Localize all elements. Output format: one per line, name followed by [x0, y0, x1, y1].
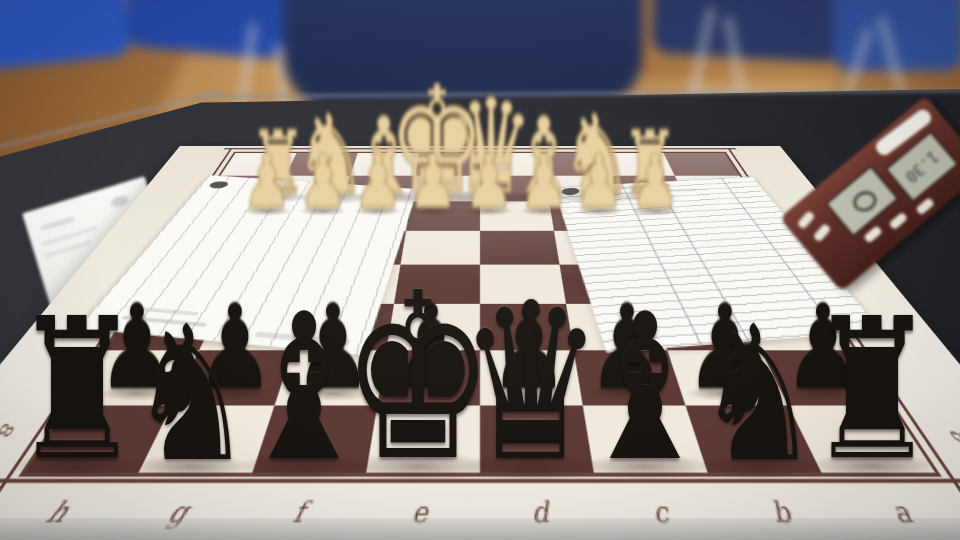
square-d7	[480, 350, 583, 405]
square-d5	[480, 265, 566, 304]
rank-label-left: 8	[0, 421, 23, 435]
square-e3	[406, 201, 480, 230]
paper-logo	[110, 194, 130, 209]
foreground-shadow	[0, 518, 960, 540]
paper-text-smudge	[41, 217, 75, 231]
square-e6	[386, 304, 480, 350]
square-e1	[415, 153, 480, 176]
scoresheet-print	[137, 307, 200, 316]
pinstripe	[0, 479, 960, 483]
clock-display-left	[825, 165, 899, 237]
square-e4	[400, 231, 480, 265]
square-f8	[252, 406, 377, 473]
scoresheet-print	[596, 188, 696, 196]
square-d2	[480, 176, 549, 202]
scoresheet-column-line	[655, 182, 749, 342]
square-d8	[480, 406, 594, 473]
scoresheet-logo	[560, 187, 580, 195]
square-c1	[541, 153, 610, 176]
paper-text-smudge	[45, 241, 92, 258]
scoresheet-column-line	[621, 184, 702, 346]
square-d1	[480, 153, 545, 176]
clock-button[interactable]	[863, 225, 883, 243]
square-h1	[220, 153, 296, 176]
navy-chair-right	[651, 0, 845, 63]
clock-button[interactable]	[915, 197, 935, 215]
square-e2	[411, 176, 480, 202]
clock-symbol	[850, 188, 879, 215]
blue-chair-right	[833, 0, 960, 71]
square-f1	[350, 153, 419, 176]
rank-label-right: 8	[942, 428, 960, 443]
square-f7	[275, 350, 387, 405]
square-e7	[377, 350, 480, 405]
square-d3	[480, 201, 554, 230]
square-e5	[394, 265, 480, 304]
scoresheet-print	[254, 332, 351, 346]
square-d4	[480, 231, 560, 265]
square-b1	[602, 153, 674, 176]
clock-button[interactable]	[797, 210, 816, 229]
square-a1	[663, 153, 739, 176]
tournament-chess-photo: hgfedcba 8 8 1.30 ♜♞♝♛♚♝♞♜♟♟♟♟♟♟♟♟♟♟♟♟♟♟…	[0, 0, 960, 540]
pinstripe	[224, 148, 737, 149]
scoresheet-logo	[207, 181, 229, 189]
square-g1	[285, 153, 357, 176]
scoresheet-print	[121, 316, 207, 327]
square-e8	[366, 406, 480, 473]
clock-button[interactable]	[813, 223, 832, 242]
clock-button[interactable]	[888, 212, 908, 230]
square-c7	[574, 350, 686, 405]
square-d6	[480, 304, 574, 350]
